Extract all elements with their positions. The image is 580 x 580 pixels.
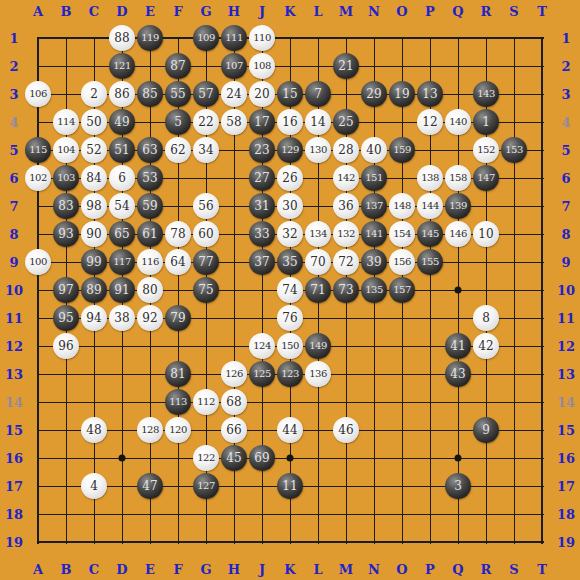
col-label-top-G: G xyxy=(200,4,211,19)
stone-Q8-move-146[interactable]: 146 xyxy=(445,221,471,247)
grid-line-horizontal xyxy=(37,514,544,515)
star-point-D16 xyxy=(119,455,126,462)
stone-E6-move-53[interactable]: 53 xyxy=(137,165,163,191)
stone-L9-move-70[interactable]: 70 xyxy=(305,249,331,275)
stone-G9-move-77[interactable]: 77 xyxy=(193,249,219,275)
row-label-right-15: 15 xyxy=(557,423,575,438)
stone-C8-move-90[interactable]: 90 xyxy=(81,221,107,247)
row-label-right-11: 11 xyxy=(557,311,575,326)
stone-O9-move-156[interactable]: 156 xyxy=(389,249,415,275)
stone-E8-move-61[interactable]: 61 xyxy=(137,221,163,247)
stone-H3-move-24[interactable]: 24 xyxy=(221,81,247,107)
col-label-top-N: N xyxy=(368,4,380,19)
stone-K4-move-16[interactable]: 16 xyxy=(277,109,303,135)
stone-K6-move-26[interactable]: 26 xyxy=(277,165,303,191)
row-label-right-13: 13 xyxy=(557,367,575,382)
col-label-bottom-L: L xyxy=(313,562,322,577)
stone-K8-move-32[interactable]: 32 xyxy=(277,221,303,247)
col-label-bottom-T: T xyxy=(537,562,547,577)
col-label-top-E: E xyxy=(145,4,155,19)
stone-M15-move-46[interactable]: 46 xyxy=(333,417,359,443)
grid-line-vertical xyxy=(541,37,543,544)
go-board[interactable]: AABBCCDDEEFFGGHHJJKKLLMMNNOOPPQQRRSSTT11… xyxy=(0,0,580,580)
stone-D5-move-51[interactable]: 51 xyxy=(109,137,135,163)
stone-R5-move-152[interactable]: 152 xyxy=(473,137,499,163)
row-label-left-6: 6 xyxy=(9,171,18,186)
stone-H13-move-126[interactable]: 126 xyxy=(221,361,247,387)
col-label-bottom-S: S xyxy=(509,562,518,577)
stone-A9-move-100[interactable]: 100 xyxy=(25,249,51,275)
row-label-left-10: 10 xyxy=(5,283,23,298)
row-label-left-11: 11 xyxy=(5,311,23,326)
grid-line-horizontal xyxy=(37,402,544,403)
stone-P8-move-145[interactable]: 145 xyxy=(417,221,443,247)
stone-O10-move-157[interactable]: 157 xyxy=(389,277,415,303)
star-point-Q10 xyxy=(455,287,462,294)
stone-N3-move-29[interactable]: 29 xyxy=(361,81,387,107)
col-label-bottom-O: O xyxy=(396,562,407,577)
star-point-Q16 xyxy=(455,455,462,462)
stone-G8-move-60[interactable]: 60 xyxy=(193,221,219,247)
row-label-right-6: 6 xyxy=(561,171,570,186)
stone-C7-move-98[interactable]: 98 xyxy=(81,193,107,219)
stone-A3-move-106[interactable]: 106 xyxy=(25,81,51,107)
stone-B4-move-114[interactable]: 114 xyxy=(53,109,79,135)
stone-G16-move-122[interactable]: 122 xyxy=(193,445,219,471)
stone-N9-move-39[interactable]: 39 xyxy=(361,249,387,275)
row-label-left-15: 15 xyxy=(5,423,23,438)
stone-E7-move-59[interactable]: 59 xyxy=(137,193,163,219)
row-label-right-19: 19 xyxy=(557,535,575,550)
col-label-top-H: H xyxy=(228,4,240,19)
stone-L8-move-134[interactable]: 134 xyxy=(305,221,331,247)
stone-G5-move-34[interactable]: 34 xyxy=(193,137,219,163)
stone-P3-move-13[interactable]: 13 xyxy=(417,81,443,107)
stone-F9-move-64[interactable]: 64 xyxy=(165,249,191,275)
stone-M2-move-21[interactable]: 21 xyxy=(333,53,359,79)
col-label-bottom-Q: Q xyxy=(452,562,463,577)
stone-J5-move-23[interactable]: 23 xyxy=(249,137,275,163)
col-label-top-T: T xyxy=(537,4,547,19)
row-label-left-13: 13 xyxy=(5,367,23,382)
stone-B6-move-103[interactable]: 103 xyxy=(53,165,79,191)
col-label-top-K: K xyxy=(284,4,295,19)
col-label-top-C: C xyxy=(89,4,99,19)
stone-F5-move-62[interactable]: 62 xyxy=(165,137,191,163)
stone-E3-move-85[interactable]: 85 xyxy=(137,81,163,107)
stone-M4-move-25[interactable]: 25 xyxy=(333,109,359,135)
stone-M10-move-73[interactable]: 73 xyxy=(333,277,359,303)
row-label-left-7: 7 xyxy=(9,199,18,214)
stone-D9-move-117[interactable]: 117 xyxy=(109,249,135,275)
col-label-bottom-R: R xyxy=(481,562,492,577)
col-label-bottom-P: P xyxy=(425,562,435,577)
grid-line-vertical xyxy=(514,37,515,544)
stone-J6-move-27[interactable]: 27 xyxy=(249,165,275,191)
stone-M8-move-132[interactable]: 132 xyxy=(333,221,359,247)
stone-B5-move-104[interactable]: 104 xyxy=(53,137,79,163)
stone-H1-move-111[interactable]: 111 xyxy=(221,25,247,51)
stone-N8-move-141[interactable]: 141 xyxy=(361,221,387,247)
stone-L3-move-7[interactable]: 7 xyxy=(305,81,331,107)
stone-C15-move-48[interactable]: 48 xyxy=(81,417,107,443)
stone-P9-move-155[interactable]: 155 xyxy=(417,249,443,275)
stone-G10-move-75[interactable]: 75 xyxy=(193,277,219,303)
row-label-right-7: 7 xyxy=(561,199,570,214)
col-label-bottom-F: F xyxy=(173,562,182,577)
stone-C17-move-4[interactable]: 4 xyxy=(81,473,107,499)
col-label-top-M: M xyxy=(339,4,353,19)
row-label-left-12: 12 xyxy=(5,339,23,354)
stone-P6-move-138[interactable]: 138 xyxy=(417,165,443,191)
stone-B11-move-95[interactable]: 95 xyxy=(53,305,79,331)
stone-K3-move-15[interactable]: 15 xyxy=(277,81,303,107)
stone-B12-move-96[interactable]: 96 xyxy=(53,333,79,359)
stone-F4-move-5[interactable]: 5 xyxy=(165,109,191,135)
stone-R11-move-8[interactable]: 8 xyxy=(473,305,499,331)
stone-C6-move-84[interactable]: 84 xyxy=(81,165,107,191)
stone-K11-move-76[interactable]: 76 xyxy=(277,305,303,331)
row-label-left-8: 8 xyxy=(9,227,18,242)
star-point-K16 xyxy=(287,455,294,462)
stone-H14-move-68[interactable]: 68 xyxy=(221,389,247,415)
col-label-top-Q: Q xyxy=(452,4,463,19)
stone-G1-move-109[interactable]: 109 xyxy=(193,25,219,51)
row-label-left-16: 16 xyxy=(5,451,23,466)
stone-Q4-move-140[interactable]: 140 xyxy=(445,109,471,135)
stone-B10-move-97[interactable]: 97 xyxy=(53,277,79,303)
col-label-top-L: L xyxy=(313,4,322,19)
stone-E15-move-128[interactable]: 128 xyxy=(137,417,163,443)
stone-P4-move-12[interactable]: 12 xyxy=(417,109,443,135)
grid-line-horizontal xyxy=(37,541,544,543)
col-label-top-P: P xyxy=(425,4,435,19)
stone-N10-move-135[interactable]: 135 xyxy=(361,277,387,303)
col-label-top-A: A xyxy=(33,4,43,19)
stone-K5-move-129[interactable]: 129 xyxy=(277,137,303,163)
stone-M9-move-72[interactable]: 72 xyxy=(333,249,359,275)
stone-D2-move-121[interactable]: 121 xyxy=(109,53,135,79)
stone-C3-move-2[interactable]: 2 xyxy=(81,81,107,107)
col-label-bottom-B: B xyxy=(61,562,72,577)
stone-Q6-move-158[interactable]: 158 xyxy=(445,165,471,191)
stone-R15-move-9[interactable]: 9 xyxy=(473,417,499,443)
row-label-left-17: 17 xyxy=(5,479,23,494)
stone-B8-move-93[interactable]: 93 xyxy=(53,221,79,247)
stone-K12-move-150[interactable]: 150 xyxy=(277,333,303,359)
stone-K17-move-11[interactable]: 11 xyxy=(277,473,303,499)
stone-M7-move-36[interactable]: 36 xyxy=(333,193,359,219)
stone-D11-move-38[interactable]: 38 xyxy=(109,305,135,331)
col-label-bottom-C: C xyxy=(89,562,99,577)
row-label-right-10: 10 xyxy=(557,283,575,298)
stone-H15-move-66[interactable]: 66 xyxy=(221,417,247,443)
stone-F3-move-55[interactable]: 55 xyxy=(165,81,191,107)
stone-J1-move-110[interactable]: 110 xyxy=(249,25,275,51)
stone-O7-move-148[interactable]: 148 xyxy=(389,193,415,219)
stone-E10-move-80[interactable]: 80 xyxy=(137,277,163,303)
col-label-bottom-K: K xyxy=(284,562,295,577)
stone-D7-move-54[interactable]: 54 xyxy=(109,193,135,219)
col-label-bottom-E: E xyxy=(145,562,155,577)
stone-N5-move-40[interactable]: 40 xyxy=(361,137,387,163)
stone-J13-move-125[interactable]: 125 xyxy=(249,361,275,387)
stone-Q7-move-139[interactable]: 139 xyxy=(445,193,471,219)
stone-G17-move-127[interactable]: 127 xyxy=(193,473,219,499)
stone-O5-move-159[interactable]: 159 xyxy=(389,137,415,163)
row-label-left-14: 14 xyxy=(5,395,23,410)
stone-R8-move-10[interactable]: 10 xyxy=(473,221,499,247)
stone-E1-move-119[interactable]: 119 xyxy=(137,25,163,51)
stone-L12-move-149[interactable]: 149 xyxy=(305,333,331,359)
row-label-left-1: 1 xyxy=(9,31,18,46)
stone-A6-move-102[interactable]: 102 xyxy=(25,165,51,191)
row-label-left-19: 19 xyxy=(5,535,23,550)
stone-O3-move-19[interactable]: 19 xyxy=(389,81,415,107)
stone-J2-move-108[interactable]: 108 xyxy=(249,53,275,79)
stone-D6-move-6[interactable]: 6 xyxy=(109,165,135,191)
row-label-right-12: 12 xyxy=(557,339,575,354)
stone-B7-move-83[interactable]: 83 xyxy=(53,193,79,219)
stone-G4-move-22[interactable]: 22 xyxy=(193,109,219,135)
stone-J7-move-31[interactable]: 31 xyxy=(249,193,275,219)
stone-H16-move-45[interactable]: 45 xyxy=(221,445,247,471)
stone-E5-move-63[interactable]: 63 xyxy=(137,137,163,163)
stone-J16-move-69[interactable]: 69 xyxy=(249,445,275,471)
row-label-left-4: 4 xyxy=(9,115,18,130)
stone-N6-move-151[interactable]: 151 xyxy=(361,165,387,191)
stone-D10-move-91[interactable]: 91 xyxy=(109,277,135,303)
col-label-top-O: O xyxy=(396,4,407,19)
row-label-right-9: 9 xyxy=(561,255,570,270)
stone-S5-move-153[interactable]: 153 xyxy=(501,137,527,163)
stone-K10-move-74[interactable]: 74 xyxy=(277,277,303,303)
stone-M6-move-142[interactable]: 142 xyxy=(333,165,359,191)
row-label-right-2: 2 xyxy=(561,59,570,74)
col-label-top-D: D xyxy=(116,4,127,19)
row-label-left-2: 2 xyxy=(9,59,18,74)
stone-G14-move-112[interactable]: 112 xyxy=(193,389,219,415)
stone-K13-move-123[interactable]: 123 xyxy=(277,361,303,387)
stone-N7-move-137[interactable]: 137 xyxy=(361,193,387,219)
col-label-bottom-D: D xyxy=(116,562,127,577)
row-label-right-18: 18 xyxy=(557,507,575,522)
col-label-bottom-J: J xyxy=(259,562,265,577)
row-label-right-5: 5 xyxy=(561,143,570,158)
stone-E17-move-47[interactable]: 47 xyxy=(137,473,163,499)
row-label-left-3: 3 xyxy=(9,87,18,102)
stone-H2-move-107[interactable]: 107 xyxy=(221,53,247,79)
row-label-right-14: 14 xyxy=(557,395,575,410)
col-label-top-F: F xyxy=(173,4,182,19)
stone-K9-move-35[interactable]: 35 xyxy=(277,249,303,275)
stone-Q13-move-43[interactable]: 43 xyxy=(445,361,471,387)
row-label-right-3: 3 xyxy=(561,87,570,102)
stone-J4-move-17[interactable]: 17 xyxy=(249,109,275,135)
stone-R12-move-42[interactable]: 42 xyxy=(473,333,499,359)
col-label-top-J: J xyxy=(259,4,265,19)
stone-G3-move-57[interactable]: 57 xyxy=(193,81,219,107)
stone-E11-move-92[interactable]: 92 xyxy=(137,305,163,331)
row-label-left-18: 18 xyxy=(5,507,23,522)
stone-C11-move-94[interactable]: 94 xyxy=(81,305,107,331)
stone-O8-move-154[interactable]: 154 xyxy=(389,221,415,247)
stone-D8-move-65[interactable]: 65 xyxy=(109,221,135,247)
stone-F14-move-113[interactable]: 113 xyxy=(165,389,191,415)
stone-Q17-move-3[interactable]: 3 xyxy=(445,473,471,499)
stone-C4-move-50[interactable]: 50 xyxy=(81,109,107,135)
stone-H4-move-58[interactable]: 58 xyxy=(221,109,247,135)
stone-R6-move-147[interactable]: 147 xyxy=(473,165,499,191)
stone-F2-move-87[interactable]: 87 xyxy=(165,53,191,79)
row-label-left-5: 5 xyxy=(9,143,18,158)
row-label-right-1: 1 xyxy=(561,31,570,46)
stone-R3-move-143[interactable]: 143 xyxy=(473,81,499,107)
col-label-bottom-N: N xyxy=(368,562,380,577)
stone-C5-move-52[interactable]: 52 xyxy=(81,137,107,163)
stone-M5-move-28[interactable]: 28 xyxy=(333,137,359,163)
col-label-bottom-G: G xyxy=(200,562,211,577)
stone-D1-move-88[interactable]: 88 xyxy=(109,25,135,51)
col-label-bottom-A: A xyxy=(33,562,43,577)
col-label-bottom-M: M xyxy=(339,562,353,577)
stone-J8-move-33[interactable]: 33 xyxy=(249,221,275,247)
stone-F13-move-81[interactable]: 81 xyxy=(165,361,191,387)
stone-J12-move-124[interactable]: 124 xyxy=(249,333,275,359)
stone-R4-move-1[interactable]: 1 xyxy=(473,109,499,135)
stone-P7-move-144[interactable]: 144 xyxy=(417,193,443,219)
row-label-right-4: 4 xyxy=(561,115,570,130)
row-label-right-8: 8 xyxy=(561,227,570,242)
stone-D4-move-49[interactable]: 49 xyxy=(109,109,135,135)
stone-J9-move-37[interactable]: 37 xyxy=(249,249,275,275)
stone-L10-move-71[interactable]: 71 xyxy=(305,277,331,303)
stone-G7-move-56[interactable]: 56 xyxy=(193,193,219,219)
col-label-bottom-H: H xyxy=(228,562,240,577)
row-label-right-16: 16 xyxy=(557,451,575,466)
col-label-top-S: S xyxy=(509,4,518,19)
col-label-top-B: B xyxy=(61,4,72,19)
stone-J3-move-20[interactable]: 20 xyxy=(249,81,275,107)
stone-F15-move-120[interactable]: 120 xyxy=(165,417,191,443)
row-label-left-9: 9 xyxy=(9,255,18,270)
stone-L13-move-136[interactable]: 136 xyxy=(305,361,331,387)
col-label-top-R: R xyxy=(481,4,492,19)
stone-L4-move-14[interactable]: 14 xyxy=(305,109,331,135)
stone-A5-move-115[interactable]: 115 xyxy=(25,137,51,163)
stone-E9-move-116[interactable]: 116 xyxy=(137,249,163,275)
stone-C9-move-99[interactable]: 99 xyxy=(81,249,107,275)
stone-K7-move-30[interactable]: 30 xyxy=(277,193,303,219)
stone-K15-move-44[interactable]: 44 xyxy=(277,417,303,443)
stone-F8-move-78[interactable]: 78 xyxy=(165,221,191,247)
stone-Q12-move-41[interactable]: 41 xyxy=(445,333,471,359)
row-label-right-17: 17 xyxy=(557,479,575,494)
stone-F11-move-79[interactable]: 79 xyxy=(165,305,191,331)
stone-C10-move-89[interactable]: 89 xyxy=(81,277,107,303)
stone-D3-move-86[interactable]: 86 xyxy=(109,81,135,107)
stone-L5-move-130[interactable]: 130 xyxy=(305,137,331,163)
